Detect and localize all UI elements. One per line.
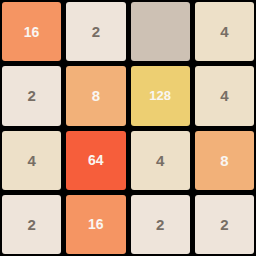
- tile-8-r1c1: 8: [66, 66, 125, 125]
- 2048-board[interactable]: 16242812844644821622: [0, 0, 256, 256]
- tile-2-r3c2: 2: [131, 195, 190, 254]
- empty-cell-r0c2: [131, 2, 190, 61]
- tile-2-r1c0: 2: [2, 66, 61, 125]
- tile-64-r2c1: 64: [66, 131, 125, 190]
- tile-2-r3c0: 2: [2, 195, 61, 254]
- tile-2-r0c1: 2: [66, 2, 125, 61]
- tile-4-r2c2: 4: [131, 131, 190, 190]
- tile-4-r2c0: 4: [2, 131, 61, 190]
- tile-4-r1c3: 4: [195, 66, 254, 125]
- tile-128-r1c2: 128: [131, 66, 190, 125]
- tile-8-r2c3: 8: [195, 131, 254, 190]
- tile-2-r3c3: 2: [195, 195, 254, 254]
- tile-16-r0c0: 16: [2, 2, 61, 61]
- tile-16-r3c1: 16: [66, 195, 125, 254]
- tile-4-r0c3: 4: [195, 2, 254, 61]
